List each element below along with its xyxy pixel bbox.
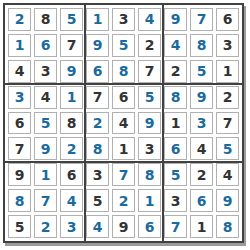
cell-r4c9[interactable]: 2: [216, 86, 239, 109]
box-divider-vertical-2: [162, 4, 164, 242]
cell-r1c5[interactable]: 3: [112, 8, 135, 31]
cell-r3c9[interactable]: 1: [216, 60, 239, 83]
box-divider-vertical-1: [84, 4, 86, 242]
cell-r2c2[interactable]: 6: [34, 34, 57, 57]
cell-r2c3[interactable]: 7: [60, 34, 83, 57]
cell-r4c7[interactable]: 8: [164, 86, 187, 109]
cell-r7c7[interactable]: 5: [164, 163, 187, 186]
cell-r7c2[interactable]: 1: [34, 163, 57, 186]
cell-r6c2[interactable]: 9: [34, 137, 57, 160]
cell-r9c2[interactable]: 2: [34, 215, 57, 238]
cell-r6c4[interactable]: 8: [86, 137, 109, 160]
cell-r9c3[interactable]: 3: [60, 215, 83, 238]
cell-r8c8[interactable]: 6: [190, 189, 213, 212]
cell-r5c8[interactable]: 3: [190, 112, 213, 135]
cell-r6c7[interactable]: 6: [164, 137, 187, 160]
cell-r1c1[interactable]: 2: [8, 8, 31, 31]
cell-r4c6[interactable]: 5: [138, 86, 161, 109]
cell-r3c4[interactable]: 6: [86, 60, 109, 83]
cell-r2c7[interactable]: 4: [164, 34, 187, 57]
cell-r2c6[interactable]: 2: [138, 34, 161, 57]
cell-r5c9[interactable]: 7: [216, 112, 239, 135]
cell-r5c5[interactable]: 4: [112, 112, 135, 135]
cell-r6c5[interactable]: 1: [112, 137, 135, 160]
cell-r1c3[interactable]: 5: [60, 8, 83, 31]
cell-r5c4[interactable]: 2: [86, 112, 109, 135]
cell-r1c8[interactable]: 7: [190, 8, 213, 31]
cell-r9c7[interactable]: 7: [164, 215, 187, 238]
box-divider-horizontal-1: [4, 83, 243, 85]
cell-r5c3[interactable]: 8: [60, 112, 83, 135]
cell-r4c1[interactable]: 3: [8, 86, 31, 109]
cell-r7c3[interactable]: 6: [60, 163, 83, 186]
cell-r1c4[interactable]: 1: [86, 8, 109, 31]
cell-r6c8[interactable]: 4: [190, 137, 213, 160]
cell-r5c6[interactable]: 9: [138, 112, 161, 135]
cell-r4c4[interactable]: 7: [86, 86, 109, 109]
cell-r7c5[interactable]: 7: [112, 163, 135, 186]
cell-r8c7[interactable]: 3: [164, 189, 187, 212]
cell-r6c1[interactable]: 7: [8, 137, 31, 160]
cell-r9c6[interactable]: 6: [138, 215, 161, 238]
cell-r9c4[interactable]: 4: [86, 215, 109, 238]
cell-r1c6[interactable]: 4: [138, 8, 161, 31]
cell-r3c1[interactable]: 4: [8, 60, 31, 83]
box-divider-horizontal-2: [4, 161, 243, 163]
cell-r1c9[interactable]: 6: [216, 8, 239, 31]
cell-r9c9[interactable]: 8: [216, 215, 239, 238]
cell-r4c3[interactable]: 1: [60, 86, 83, 109]
cell-r1c2[interactable]: 8: [34, 8, 57, 31]
cell-r6c9[interactable]: 5: [216, 137, 239, 160]
cell-r7c9[interactable]: 4: [216, 163, 239, 186]
cell-r8c6[interactable]: 1: [138, 189, 161, 212]
cell-r2c4[interactable]: 9: [86, 34, 109, 57]
cell-r8c4[interactable]: 5: [86, 189, 109, 212]
cell-r3c2[interactable]: 3: [34, 60, 57, 83]
sudoku-board-wrapper: 2851349761679524834396872513417658926582…: [0, 0, 250, 250]
cell-r2c1[interactable]: 1: [8, 34, 31, 57]
cell-r6c6[interactable]: 3: [138, 137, 161, 160]
cell-r2c5[interactable]: 5: [112, 34, 135, 57]
cell-r3c8[interactable]: 5: [190, 60, 213, 83]
cell-r7c1[interactable]: 9: [8, 163, 31, 186]
cell-r8c3[interactable]: 4: [60, 189, 83, 212]
cell-r8c9[interactable]: 9: [216, 189, 239, 212]
cell-r5c7[interactable]: 1: [164, 112, 187, 135]
cell-r7c4[interactable]: 3: [86, 163, 109, 186]
sudoku-board: 2851349761679524834396872513417658926582…: [3, 3, 244, 243]
cell-r8c1[interactable]: 8: [8, 189, 31, 212]
cell-r3c7[interactable]: 2: [164, 60, 187, 83]
cell-r9c5[interactable]: 9: [112, 215, 135, 238]
cell-r8c5[interactable]: 2: [112, 189, 135, 212]
cell-r4c2[interactable]: 4: [34, 86, 57, 109]
cell-r7c8[interactable]: 2: [190, 163, 213, 186]
cell-r9c8[interactable]: 1: [190, 215, 213, 238]
cell-r1c7[interactable]: 9: [164, 8, 187, 31]
cell-r5c2[interactable]: 5: [34, 112, 57, 135]
cell-r4c8[interactable]: 9: [190, 86, 213, 109]
cell-r3c3[interactable]: 9: [60, 60, 83, 83]
cell-r3c5[interactable]: 8: [112, 60, 135, 83]
cell-r8c2[interactable]: 7: [34, 189, 57, 212]
cell-r6c3[interactable]: 2: [60, 137, 83, 160]
cell-r4c5[interactable]: 6: [112, 86, 135, 109]
cell-r9c1[interactable]: 5: [8, 215, 31, 238]
cell-r5c1[interactable]: 6: [8, 112, 31, 135]
cell-r3c6[interactable]: 7: [138, 60, 161, 83]
cell-r7c6[interactable]: 8: [138, 163, 161, 186]
cell-r2c9[interactable]: 3: [216, 34, 239, 57]
cell-r2c8[interactable]: 8: [190, 34, 213, 57]
